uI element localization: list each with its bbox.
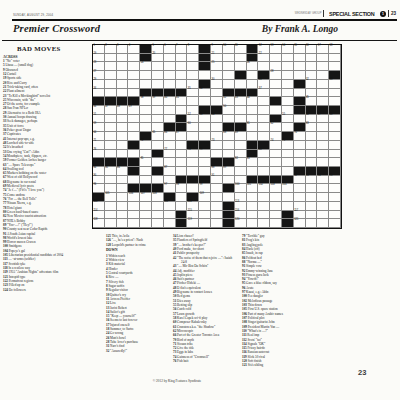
white-cell[interactable] — [270, 158, 282, 167]
white-cell[interactable] — [128, 62, 140, 71]
white-cell[interactable]: 81 — [140, 158, 152, 167]
white-cell[interactable] — [247, 219, 259, 228]
white-cell[interactable] — [211, 89, 223, 98]
white-cell[interactable] — [294, 193, 306, 202]
white-cell[interactable] — [235, 80, 247, 89]
white-cell[interactable] — [176, 167, 188, 176]
white-cell[interactable] — [247, 71, 259, 80]
white-cell[interactable] — [247, 106, 259, 115]
white-cell[interactable]: 45 — [306, 97, 318, 106]
white-cell[interactable]: 40 — [164, 97, 176, 106]
white-cell[interactable]: 65 — [152, 132, 164, 141]
white-cell[interactable]: 83 — [247, 158, 259, 167]
white-cell[interactable] — [317, 150, 329, 159]
white-cell[interactable] — [258, 132, 270, 141]
white-cell[interactable] — [199, 71, 211, 80]
white-cell[interactable]: 41 — [176, 97, 188, 106]
white-cell[interactable]: 72 — [140, 141, 152, 150]
white-cell[interactable] — [270, 167, 282, 176]
white-cell[interactable] — [247, 202, 259, 211]
white-cell[interactable]: 67 — [176, 132, 188, 141]
white-cell[interactable] — [329, 132, 341, 141]
white-cell[interactable] — [128, 71, 140, 80]
white-cell[interactable] — [117, 62, 129, 71]
white-cell[interactable]: 98 — [176, 184, 188, 193]
white-cell[interactable] — [235, 141, 247, 150]
white-cell[interactable] — [294, 141, 306, 150]
white-cell[interactable] — [282, 158, 294, 167]
white-cell[interactable]: 39 — [152, 97, 164, 106]
white-cell[interactable]: 80 — [258, 150, 270, 159]
white-cell[interactable]: 75 — [282, 141, 294, 150]
white-cell[interactable] — [306, 211, 318, 220]
white-cell[interactable] — [105, 219, 117, 228]
white-cell[interactable]: 119 — [187, 219, 199, 228]
white-cell[interactable] — [329, 158, 341, 167]
white-cell[interactable] — [317, 71, 329, 80]
white-cell[interactable] — [282, 123, 294, 132]
white-cell[interactable] — [152, 80, 164, 89]
white-cell[interactable]: 68 — [223, 132, 235, 141]
white-cell[interactable]: 103 — [270, 184, 282, 193]
white-cell[interactable]: 96 — [93, 184, 105, 193]
white-cell[interactable]: 58 — [329, 115, 341, 124]
white-cell[interactable] — [176, 141, 188, 150]
white-cell[interactable] — [105, 132, 117, 141]
white-cell[interactable]: 36 — [199, 89, 211, 98]
white-cell[interactable] — [187, 71, 199, 80]
white-cell[interactable] — [152, 71, 164, 80]
white-cell[interactable] — [117, 54, 129, 63]
white-cell[interactable] — [105, 202, 117, 211]
white-cell[interactable] — [140, 80, 152, 89]
white-cell[interactable] — [306, 54, 318, 63]
white-cell[interactable] — [176, 106, 188, 115]
white-cell[interactable] — [306, 184, 318, 193]
white-cell[interactable] — [117, 80, 129, 89]
white-cell[interactable] — [140, 176, 152, 185]
white-cell[interactable] — [105, 150, 117, 159]
white-cell[interactable] — [294, 62, 306, 71]
white-cell[interactable] — [152, 158, 164, 167]
white-cell[interactable] — [128, 54, 140, 63]
white-cell[interactable] — [117, 132, 129, 141]
white-cell[interactable]: 89 — [223, 167, 235, 176]
white-cell[interactable] — [282, 150, 294, 159]
white-cell[interactable]: 43 — [235, 97, 247, 106]
white-cell[interactable] — [258, 202, 270, 211]
white-cell[interactable] — [187, 62, 199, 71]
white-cell[interactable] — [140, 167, 152, 176]
white-cell[interactable] — [294, 71, 306, 80]
white-cell[interactable] — [211, 202, 223, 211]
white-cell[interactable] — [306, 62, 318, 71]
white-cell[interactable] — [164, 219, 176, 228]
white-cell[interactable]: 49 — [128, 106, 140, 115]
white-cell[interactable] — [117, 141, 129, 150]
white-cell[interactable] — [258, 193, 270, 202]
white-cell[interactable]: 61 — [247, 123, 259, 132]
white-cell[interactable]: 92 — [294, 176, 306, 185]
white-cell[interactable] — [329, 123, 341, 132]
white-cell[interactable]: 73 — [211, 141, 223, 150]
white-cell[interactable] — [176, 193, 188, 202]
white-cell[interactable]: 70 — [294, 132, 306, 141]
white-cell[interactable]: 54 — [211, 115, 223, 124]
white-cell[interactable]: 94 — [317, 176, 329, 185]
white-cell[interactable] — [329, 141, 341, 150]
white-cell[interactable]: 34 — [93, 89, 105, 98]
white-cell[interactable] — [176, 150, 188, 159]
white-cell[interactable] — [105, 54, 117, 63]
white-cell[interactable] — [199, 167, 211, 176]
white-cell[interactable] — [128, 123, 140, 132]
white-cell[interactable] — [164, 80, 176, 89]
white-cell[interactable] — [105, 71, 117, 80]
white-cell[interactable]: 111 — [164, 202, 176, 211]
white-cell[interactable]: 11 — [235, 45, 247, 54]
white-cell[interactable] — [117, 71, 129, 80]
white-cell[interactable] — [128, 115, 140, 124]
white-cell[interactable] — [152, 106, 164, 115]
white-cell[interactable] — [235, 106, 247, 115]
white-cell[interactable] — [306, 202, 318, 211]
white-cell[interactable]: 35 — [187, 89, 199, 98]
white-cell[interactable] — [270, 219, 282, 228]
white-cell[interactable] — [270, 89, 282, 98]
white-cell[interactable] — [128, 80, 140, 89]
white-cell[interactable] — [152, 141, 164, 150]
white-cell[interactable]: 26 — [247, 62, 259, 71]
white-cell[interactable]: 30 — [211, 80, 223, 89]
white-cell[interactable]: 38 — [140, 97, 152, 106]
white-cell[interactable]: 63 — [306, 123, 318, 132]
white-cell[interactable] — [282, 54, 294, 63]
white-cell[interactable]: 32 — [306, 80, 318, 89]
white-cell[interactable] — [105, 141, 117, 150]
white-cell[interactable] — [329, 184, 341, 193]
white-cell[interactable] — [270, 54, 282, 63]
white-cell[interactable] — [282, 97, 294, 106]
white-cell[interactable]: 95 — [329, 176, 341, 185]
white-cell[interactable] — [152, 219, 164, 228]
white-cell[interactable] — [247, 80, 259, 89]
white-cell[interactable] — [199, 202, 211, 211]
white-cell[interactable] — [317, 184, 329, 193]
white-cell[interactable] — [294, 89, 306, 98]
white-cell[interactable] — [187, 167, 199, 176]
white-cell[interactable] — [329, 89, 341, 98]
white-cell[interactable] — [164, 115, 176, 124]
white-cell[interactable]: 91 — [211, 176, 223, 185]
white-cell[interactable] — [164, 106, 176, 115]
white-cell[interactable] — [128, 132, 140, 141]
white-cell[interactable] — [117, 150, 129, 159]
white-cell[interactable]: 53 — [199, 115, 211, 124]
white-cell[interactable] — [329, 193, 341, 202]
white-cell[interactable] — [317, 80, 329, 89]
white-cell[interactable] — [211, 219, 223, 228]
white-cell[interactable] — [128, 202, 140, 211]
white-cell[interactable] — [164, 71, 176, 80]
white-cell[interactable] — [223, 54, 235, 63]
white-cell[interactable] — [199, 211, 211, 220]
white-cell[interactable] — [176, 54, 188, 63]
white-cell[interactable] — [306, 193, 318, 202]
white-cell[interactable] — [199, 132, 211, 141]
white-cell[interactable]: 76 — [93, 150, 105, 159]
white-cell[interactable] — [247, 211, 259, 220]
white-cell[interactable] — [235, 115, 247, 124]
white-cell[interactable] — [152, 115, 164, 124]
white-cell[interactable] — [176, 158, 188, 167]
white-cell[interactable]: 85 — [105, 167, 117, 176]
white-cell[interactable] — [235, 167, 247, 176]
white-cell[interactable] — [282, 80, 294, 89]
white-cell[interactable] — [282, 193, 294, 202]
white-cell[interactable]: 121 — [294, 219, 306, 228]
white-cell[interactable] — [164, 211, 176, 220]
white-cell[interactable] — [223, 115, 235, 124]
white-cell[interactable]: 93 — [306, 176, 318, 185]
white-cell[interactable] — [270, 211, 282, 220]
white-cell[interactable] — [235, 54, 247, 63]
white-cell[interactable] — [187, 184, 199, 193]
white-cell[interactable]: 20 — [152, 54, 164, 63]
white-cell[interactable]: 107 — [140, 193, 152, 202]
crossword-grid[interactable]: 1234567891011121314151617181920212223242… — [92, 44, 342, 229]
white-cell[interactable] — [329, 97, 341, 106]
white-cell[interactable] — [306, 150, 318, 159]
white-cell[interactable] — [282, 89, 294, 98]
white-cell[interactable]: 57 — [317, 115, 329, 124]
white-cell[interactable] — [105, 80, 117, 89]
white-cell[interactable] — [117, 202, 129, 211]
white-cell[interactable] — [187, 54, 199, 63]
white-cell[interactable] — [270, 193, 282, 202]
white-cell[interactable]: 79 — [199, 150, 211, 159]
white-cell[interactable] — [258, 123, 270, 132]
white-cell[interactable] — [128, 211, 140, 220]
white-cell[interactable] — [317, 193, 329, 202]
white-cell[interactable] — [258, 158, 270, 167]
white-cell[interactable]: 108 — [152, 193, 164, 202]
white-cell[interactable] — [329, 150, 341, 159]
white-cell[interactable] — [223, 71, 235, 80]
white-cell[interactable] — [211, 211, 223, 220]
white-cell[interactable] — [294, 115, 306, 124]
white-cell[interactable]: 62 — [270, 123, 282, 132]
white-cell[interactable] — [211, 123, 223, 132]
white-cell[interactable] — [258, 115, 270, 124]
white-cell[interactable] — [317, 211, 329, 220]
white-cell[interactable]: 6 — [164, 45, 176, 54]
white-cell[interactable] — [199, 158, 211, 167]
white-cell[interactable]: 82 — [235, 158, 247, 167]
white-cell[interactable]: 15 — [294, 45, 306, 54]
white-cell[interactable]: 50 — [223, 106, 235, 115]
white-cell[interactable] — [164, 54, 176, 63]
white-cell[interactable]: 74 — [270, 141, 282, 150]
white-cell[interactable] — [294, 184, 306, 193]
white-cell[interactable] — [223, 80, 235, 89]
white-cell[interactable] — [306, 132, 318, 141]
white-cell[interactable] — [235, 62, 247, 71]
white-cell[interactable] — [317, 219, 329, 228]
white-cell[interactable] — [176, 80, 188, 89]
white-cell[interactable]: 66 — [164, 132, 176, 141]
white-cell[interactable]: 8 — [187, 45, 199, 54]
white-cell[interactable] — [270, 150, 282, 159]
white-cell[interactable]: 47 — [105, 106, 117, 115]
white-cell[interactable] — [317, 202, 329, 211]
white-cell[interactable] — [247, 132, 259, 141]
white-cell[interactable] — [105, 89, 117, 98]
white-cell[interactable] — [128, 150, 140, 159]
white-cell[interactable] — [282, 202, 294, 211]
white-cell[interactable] — [211, 150, 223, 159]
white-cell[interactable] — [329, 211, 341, 220]
white-cell[interactable] — [128, 219, 140, 228]
white-cell[interactable]: 7 — [176, 45, 188, 54]
white-cell[interactable] — [117, 211, 129, 220]
white-cell[interactable] — [317, 158, 329, 167]
white-cell[interactable]: 78 — [187, 150, 199, 159]
white-cell[interactable] — [117, 123, 129, 132]
white-cell[interactable] — [199, 219, 211, 228]
white-cell[interactable] — [117, 89, 129, 98]
white-cell[interactable] — [140, 202, 152, 211]
white-cell[interactable] — [223, 150, 235, 159]
white-cell[interactable] — [176, 202, 188, 211]
white-cell[interactable] — [117, 184, 129, 193]
white-cell[interactable]: 13 — [270, 45, 282, 54]
white-cell[interactable] — [105, 176, 117, 185]
white-cell[interactable]: 17 — [317, 45, 329, 54]
white-cell[interactable] — [294, 150, 306, 159]
white-cell[interactable] — [223, 62, 235, 71]
white-cell[interactable] — [258, 219, 270, 228]
white-cell[interactable] — [317, 97, 329, 106]
white-cell[interactable]: 104 — [282, 184, 294, 193]
white-cell[interactable] — [140, 71, 152, 80]
white-cell[interactable] — [306, 158, 318, 167]
white-cell[interactable] — [258, 167, 270, 176]
white-cell[interactable] — [199, 97, 211, 106]
white-cell[interactable]: 77 — [164, 150, 176, 159]
white-cell[interactable] — [329, 54, 341, 63]
white-cell[interactable]: 28 — [270, 71, 282, 80]
white-cell[interactable]: 16 — [306, 45, 318, 54]
white-cell[interactable] — [128, 89, 140, 98]
white-cell[interactable] — [105, 211, 117, 220]
white-cell[interactable]: 10 — [223, 45, 235, 54]
white-cell[interactable]: 48 — [117, 106, 129, 115]
white-cell[interactable] — [211, 97, 223, 106]
white-cell[interactable] — [140, 123, 152, 132]
white-cell[interactable]: 2 — [105, 45, 117, 54]
white-cell[interactable] — [140, 211, 152, 220]
white-cell[interactable] — [270, 106, 282, 115]
white-cell[interactable] — [317, 89, 329, 98]
white-cell[interactable] — [117, 219, 129, 228]
white-cell[interactable]: 55 — [282, 115, 294, 124]
white-cell[interactable] — [317, 123, 329, 132]
white-cell[interactable] — [329, 62, 341, 71]
white-cell[interactable]: 106 — [128, 193, 140, 202]
white-cell[interactable] — [270, 202, 282, 211]
white-cell[interactable] — [317, 141, 329, 150]
white-cell[interactable] — [117, 193, 129, 202]
white-cell[interactable] — [199, 123, 211, 132]
white-cell[interactable] — [105, 115, 117, 124]
white-cell[interactable]: 3 — [117, 45, 129, 54]
white-cell[interactable] — [317, 62, 329, 71]
white-cell[interactable] — [176, 71, 188, 80]
white-cell[interactable] — [117, 176, 129, 185]
white-cell[interactable] — [223, 193, 235, 202]
white-cell[interactable] — [152, 62, 164, 71]
white-cell[interactable] — [152, 176, 164, 185]
white-cell[interactable] — [128, 176, 140, 185]
white-cell[interactable]: 24 — [140, 62, 152, 71]
white-cell[interactable]: 14 — [282, 45, 294, 54]
white-cell[interactable] — [164, 62, 176, 71]
white-cell[interactable]: 22 — [258, 54, 270, 63]
white-cell[interactable] — [247, 193, 259, 202]
white-cell[interactable]: 18 — [329, 45, 341, 54]
white-cell[interactable] — [282, 62, 294, 71]
white-cell[interactable] — [270, 80, 282, 89]
white-cell[interactable]: 60 — [187, 123, 199, 132]
white-cell[interactable]: 100 — [235, 184, 247, 193]
white-cell[interactable] — [294, 54, 306, 63]
white-cell[interactable] — [294, 158, 306, 167]
white-cell[interactable] — [152, 202, 164, 211]
white-cell[interactable] — [105, 123, 117, 132]
white-cell[interactable]: 97 — [164, 184, 176, 193]
white-cell[interactable]: 25 — [211, 62, 223, 71]
white-cell[interactable]: 120 — [235, 219, 247, 228]
white-cell[interactable] — [282, 71, 294, 80]
white-cell[interactable] — [140, 106, 152, 115]
white-cell[interactable] — [140, 219, 152, 228]
white-cell[interactable]: 102 — [258, 184, 270, 193]
white-cell[interactable] — [211, 193, 223, 202]
white-cell[interactable]: 87 — [164, 167, 176, 176]
white-cell[interactable] — [317, 132, 329, 141]
white-cell[interactable] — [306, 219, 318, 228]
white-cell[interactable]: 118 — [93, 219, 105, 228]
white-cell[interactable] — [258, 211, 270, 220]
white-cell[interactable] — [223, 176, 235, 185]
white-cell[interactable]: 44 — [247, 97, 259, 106]
white-cell[interactable] — [105, 62, 117, 71]
white-cell[interactable] — [152, 211, 164, 220]
white-cell[interactable] — [329, 219, 341, 228]
white-cell[interactable]: 105 — [105, 193, 117, 202]
white-cell[interactable] — [317, 54, 329, 63]
white-cell[interactable]: 109 — [199, 193, 211, 202]
white-cell[interactable]: 86 — [117, 167, 129, 176]
white-cell[interactable] — [176, 62, 188, 71]
white-cell[interactable]: 101 — [247, 184, 259, 193]
white-cell[interactable] — [187, 132, 199, 141]
white-cell[interactable] — [258, 106, 270, 115]
white-cell[interactable]: 33 — [329, 80, 341, 89]
white-cell[interactable]: 37 — [258, 89, 270, 98]
white-cell[interactable] — [187, 158, 199, 167]
